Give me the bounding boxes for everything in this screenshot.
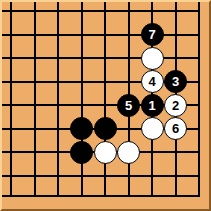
grid-line-horizontal	[2, 34, 200, 36]
grid-line-horizontal	[2, 10, 200, 12]
board-right-edge-line	[198, 2, 200, 197]
move-number: 1	[148, 98, 155, 111]
go-board-grid: 7435126	[2, 2, 209, 209]
black-stone	[70, 141, 93, 164]
grid-line-horizontal	[2, 57, 200, 59]
white-stone	[117, 141, 140, 164]
grid-line-horizontal	[2, 175, 200, 177]
grid-line-vertical	[104, 2, 106, 197]
black-stone	[70, 117, 93, 140]
move-number: 7	[148, 28, 155, 41]
grid-line-vertical	[10, 2, 12, 197]
black-stone-move-5: 5	[117, 94, 140, 117]
move-number: 4	[148, 75, 155, 88]
grid-line-vertical	[81, 2, 83, 197]
black-stone-move-1: 1	[141, 94, 164, 117]
black-stone-move-3: 3	[164, 70, 187, 93]
black-stone-move-7: 7	[141, 23, 164, 46]
board-bottom-edge-line	[2, 195, 200, 197]
white-stone-move-4: 4	[141, 70, 164, 93]
white-stone-move-2: 2	[164, 94, 187, 117]
white-stone	[94, 141, 117, 164]
white-stone	[141, 47, 164, 70]
white-stone	[141, 117, 164, 140]
move-number: 6	[172, 122, 179, 135]
move-number: 2	[172, 98, 179, 111]
grid-line-vertical	[34, 2, 36, 197]
go-board-diagram: 7435126	[0, 0, 211, 211]
black-stone	[94, 117, 117, 140]
move-number: 3	[172, 75, 179, 88]
grid-line-vertical	[57, 2, 59, 197]
move-number: 5	[125, 98, 132, 111]
white-stone-move-6: 6	[164, 117, 187, 140]
